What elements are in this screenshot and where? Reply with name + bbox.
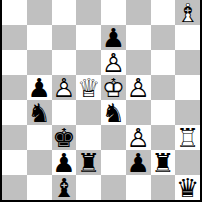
square-c3[interactable]: ♚ xyxy=(52,125,77,150)
square-c2[interactable]: ♟ xyxy=(52,150,77,175)
square-f3[interactable]: ♟♙ xyxy=(126,125,151,150)
square-d1[interactable] xyxy=(76,175,101,200)
square-e5[interactable]: ♚♔ xyxy=(101,75,126,100)
piece-black-bishop: ♝ xyxy=(52,175,77,200)
square-c5[interactable]: ♟♙ xyxy=(52,75,77,100)
piece-black-knight: ♞ xyxy=(101,100,126,125)
piece-black-pawn: ♟ xyxy=(27,75,52,100)
square-h5[interactable] xyxy=(175,75,200,100)
square-a5[interactable] xyxy=(2,75,27,100)
square-b1[interactable] xyxy=(27,175,52,200)
square-a7[interactable] xyxy=(2,25,27,50)
piece-white-queen: ♕ xyxy=(76,75,101,100)
piece-white-pawn-fill: ♟ xyxy=(101,50,126,75)
square-f1[interactable] xyxy=(126,175,151,200)
piece-white-pawn: ♙ xyxy=(126,75,151,100)
square-f7[interactable] xyxy=(126,25,151,50)
piece-white-rook: ♖ xyxy=(175,125,200,150)
square-b8[interactable] xyxy=(27,0,52,25)
square-d3[interactable] xyxy=(76,125,101,150)
square-h1[interactable]: ♛ xyxy=(175,175,200,200)
piece-black-pawn: ♟ xyxy=(52,150,77,175)
square-a3[interactable] xyxy=(2,125,27,150)
square-e4[interactable]: ♞ xyxy=(101,100,126,125)
piece-white-pawn-fill: ♟ xyxy=(126,125,151,150)
square-e1[interactable] xyxy=(101,175,126,200)
square-h6[interactable] xyxy=(175,50,200,75)
square-d6[interactable] xyxy=(76,50,101,75)
square-h2[interactable] xyxy=(175,150,200,175)
piece-white-king: ♔ xyxy=(101,75,126,100)
square-a2[interactable] xyxy=(2,150,27,175)
piece-black-king: ♚ xyxy=(52,125,77,150)
piece-black-pawn: ♟ xyxy=(126,150,151,175)
square-g8[interactable] xyxy=(151,0,176,25)
square-g7[interactable] xyxy=(151,25,176,50)
piece-white-bishop-fill: ♝ xyxy=(175,0,200,25)
piece-black-rook: ♜ xyxy=(151,150,176,175)
square-b3[interactable] xyxy=(27,125,52,150)
square-e3[interactable] xyxy=(101,125,126,150)
piece-black-pawn: ♟ xyxy=(101,25,126,50)
piece-white-rook-fill: ♜ xyxy=(175,125,200,150)
square-h3[interactable]: ♜♖ xyxy=(175,125,200,150)
square-e2[interactable] xyxy=(101,150,126,175)
square-d5[interactable]: ♛♕ xyxy=(76,75,101,100)
piece-white-queen-fill: ♛ xyxy=(76,75,101,100)
piece-white-pawn: ♙ xyxy=(126,125,151,150)
square-c1[interactable]: ♝ xyxy=(52,175,77,200)
square-a1[interactable] xyxy=(2,175,27,200)
square-f2[interactable]: ♟ xyxy=(126,150,151,175)
piece-white-pawn-fill: ♟ xyxy=(52,75,77,100)
square-e6[interactable]: ♟♙ xyxy=(101,50,126,75)
square-g1[interactable] xyxy=(151,175,176,200)
piece-white-bishop: ♗ xyxy=(175,0,200,25)
square-g2[interactable]: ♜ xyxy=(151,150,176,175)
square-d2[interactable]: ♜ xyxy=(76,150,101,175)
square-d7[interactable] xyxy=(76,25,101,50)
square-a8[interactable] xyxy=(2,0,27,25)
square-f8[interactable] xyxy=(126,0,151,25)
square-f5[interactable]: ♟♙ xyxy=(126,75,151,100)
piece-white-king-fill: ♚ xyxy=(101,75,126,100)
square-c8[interactable] xyxy=(52,0,77,25)
square-c7[interactable] xyxy=(52,25,77,50)
square-d4[interactable] xyxy=(76,100,101,125)
chess-board[interactable]: ♝♗♟♟♙♟♟♙♛♕♚♔♟♙♞♞♚♟♙♜♖♟♜♟♜♝♛ xyxy=(0,0,202,202)
square-b5[interactable]: ♟ xyxy=(27,75,52,100)
square-f6[interactable] xyxy=(126,50,151,75)
square-c4[interactable] xyxy=(52,100,77,125)
piece-black-queen: ♛ xyxy=(175,175,200,200)
square-g3[interactable] xyxy=(151,125,176,150)
piece-black-rook: ♜ xyxy=(76,150,101,175)
square-a6[interactable] xyxy=(2,50,27,75)
square-h4[interactable] xyxy=(175,100,200,125)
square-b6[interactable] xyxy=(27,50,52,75)
square-b7[interactable] xyxy=(27,25,52,50)
piece-black-knight: ♞ xyxy=(27,100,52,125)
square-b4[interactable]: ♞ xyxy=(27,100,52,125)
square-c6[interactable] xyxy=(52,50,77,75)
square-h8[interactable]: ♝♗ xyxy=(175,0,200,25)
square-h7[interactable] xyxy=(175,25,200,50)
square-d8[interactable] xyxy=(76,0,101,25)
square-a4[interactable] xyxy=(2,100,27,125)
square-e7[interactable]: ♟ xyxy=(101,25,126,50)
square-f4[interactable] xyxy=(126,100,151,125)
piece-white-pawn-fill: ♟ xyxy=(126,75,151,100)
square-g4[interactable] xyxy=(151,100,176,125)
piece-white-pawn: ♙ xyxy=(101,50,126,75)
square-e8[interactable] xyxy=(101,0,126,25)
square-g5[interactable] xyxy=(151,75,176,100)
piece-white-pawn: ♙ xyxy=(52,75,77,100)
square-b2[interactable] xyxy=(27,150,52,175)
square-g6[interactable] xyxy=(151,50,176,75)
